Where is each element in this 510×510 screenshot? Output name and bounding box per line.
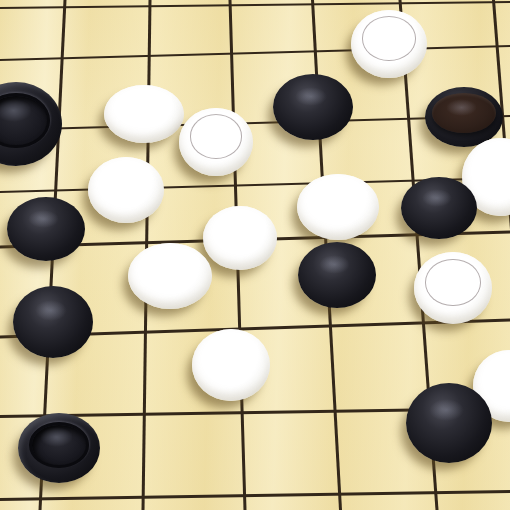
- black-stone-rim: [18, 413, 100, 483]
- black-stone: [273, 74, 353, 140]
- black-stone: [401, 177, 477, 239]
- stone-rim-recess: [0, 93, 50, 148]
- white-stone-magnet: [179, 108, 253, 176]
- magnet-disk: [191, 115, 241, 157]
- grid-line-horizontal: [0, 44, 510, 63]
- white-stone: [297, 174, 379, 240]
- black-stone: [298, 242, 376, 308]
- go-board-photo: [0, 0, 510, 510]
- white-stone: [203, 206, 277, 270]
- stone-rim-recess: [29, 422, 90, 468]
- black-stone: [7, 197, 85, 261]
- white-stone-magnet: [414, 252, 492, 324]
- white-stone-magnet: [351, 10, 427, 78]
- grid-line-vertical: [488, 0, 510, 510]
- magnet-disk: [426, 260, 479, 305]
- white-stone: [104, 85, 184, 143]
- white-stone: [192, 329, 270, 401]
- black-stone: [13, 286, 93, 358]
- black-stone-rim: [0, 82, 62, 166]
- magnet-disk: [363, 17, 415, 59]
- white-stone: [128, 243, 212, 309]
- magnet-face: [432, 93, 496, 133]
- grid-line-horizontal: [0, 0, 510, 9]
- white-stone: [88, 157, 164, 223]
- black-stone: [406, 383, 492, 463]
